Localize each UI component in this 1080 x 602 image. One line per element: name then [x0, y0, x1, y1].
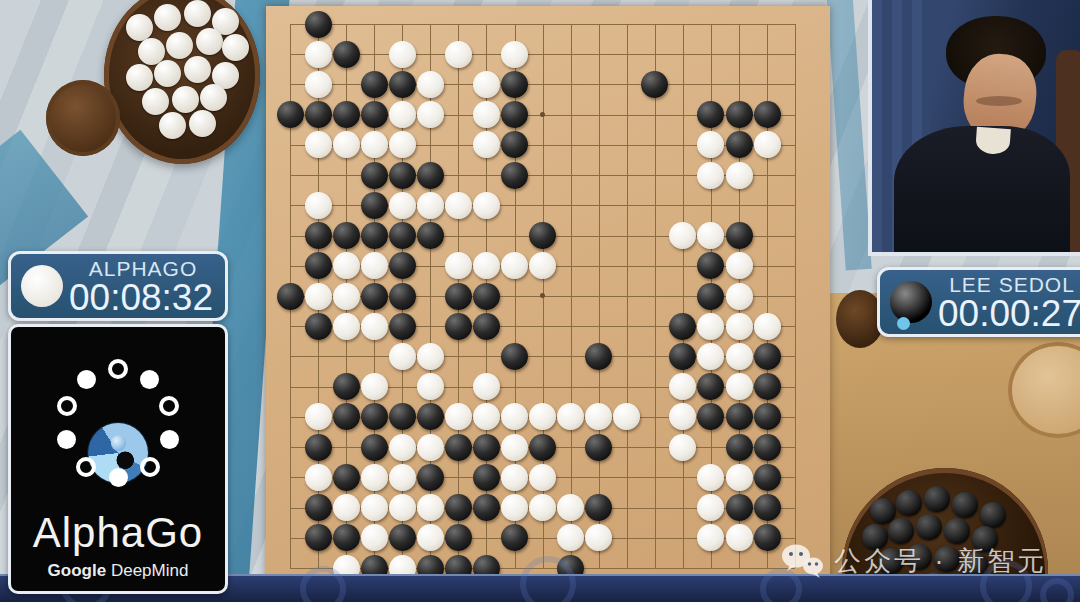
leesedol-clock-panel: LEE SEDOL 00:00:27 [877, 267, 1080, 337]
player-video-feed [868, 0, 1080, 256]
stone-white [754, 313, 781, 340]
bar-pattern-ring [1040, 578, 1074, 602]
stone-black [361, 162, 388, 189]
stone-black [305, 101, 332, 128]
stone-black [529, 434, 556, 461]
stone-white [417, 494, 444, 521]
stone-black [473, 313, 500, 340]
stone-white [697, 222, 724, 249]
stone-black [697, 373, 724, 400]
stone-black [277, 101, 304, 128]
stone-black [697, 252, 724, 279]
bowl-white-stone [196, 28, 223, 55]
stone-black [697, 101, 724, 128]
stone-white [361, 313, 388, 340]
stone-white [389, 41, 416, 68]
stone-white [669, 434, 696, 461]
bowl-black-stone [916, 514, 942, 540]
stone-white [529, 464, 556, 491]
stone-white [473, 192, 500, 219]
stone-white [445, 252, 472, 279]
stone-black [641, 71, 668, 98]
stone-white [529, 494, 556, 521]
stone-white [305, 71, 332, 98]
bowl-white-stone [184, 0, 211, 27]
stone-white [529, 403, 556, 430]
stone-white [305, 131, 332, 158]
logo-filled-dot [160, 430, 179, 449]
stone-black [501, 101, 528, 128]
grid-line [655, 24, 656, 568]
stone-black [305, 11, 332, 38]
clock-time-black: 00:00:27 [932, 293, 1080, 335]
bowl-lid [46, 80, 120, 156]
stone-black [726, 434, 753, 461]
stone-black [754, 101, 781, 128]
stone-black [726, 494, 753, 521]
stone-white [333, 131, 360, 158]
stone-black [389, 313, 416, 340]
stone-black [501, 131, 528, 158]
stone-white [417, 434, 444, 461]
stone-white [726, 313, 753, 340]
bowl-white-stone [154, 4, 181, 31]
player-brow [976, 96, 1022, 106]
stone-black [305, 222, 332, 249]
stone-black [305, 313, 332, 340]
stone-white [613, 403, 640, 430]
stone-black [754, 343, 781, 370]
stone-black [361, 222, 388, 249]
stone-white [557, 403, 584, 430]
stone-black [389, 71, 416, 98]
stone-white [445, 403, 472, 430]
stone-white [669, 403, 696, 430]
stone-black [333, 41, 360, 68]
stone-white [305, 41, 332, 68]
bowl-white-stone [184, 56, 211, 83]
clock-time-white: 00:08:32 [63, 277, 219, 319]
stone-white [305, 464, 332, 491]
turn-indicator-dot [897, 317, 910, 330]
stone-black [333, 222, 360, 249]
stone-black [333, 373, 360, 400]
watermark: 公众号 · 新智元 [780, 542, 1047, 580]
stone-white [726, 252, 753, 279]
stone-white [557, 524, 584, 551]
stone-white [361, 494, 388, 521]
stone-black [305, 494, 332, 521]
stone-white [361, 252, 388, 279]
stone-black [389, 252, 416, 279]
stone-black [277, 283, 304, 310]
stone-white [389, 434, 416, 461]
stone-white [473, 252, 500, 279]
stone-black [585, 494, 612, 521]
stone-white [501, 41, 528, 68]
stone-white [389, 343, 416, 370]
stone-white [726, 464, 753, 491]
bowl-white-stone [142, 88, 169, 115]
stone-black [754, 524, 781, 551]
hoshi-point [540, 293, 545, 298]
bowl-white-stone [159, 112, 186, 139]
stone-white [333, 494, 360, 521]
stone-white [417, 373, 444, 400]
stone-white [697, 162, 724, 189]
stone-black [361, 192, 388, 219]
stone-black [754, 464, 781, 491]
stone-black [501, 71, 528, 98]
stone-white [361, 464, 388, 491]
stone-black [754, 434, 781, 461]
stone-white [697, 131, 724, 158]
stone-white [305, 403, 332, 430]
stone-black [333, 101, 360, 128]
go-board [266, 6, 830, 588]
stone-white [389, 192, 416, 219]
stone-white [501, 252, 528, 279]
stone-white [389, 494, 416, 521]
stone-white [726, 283, 753, 310]
stone-black [361, 434, 388, 461]
bowl-white-stone [166, 32, 193, 59]
grid-line [599, 24, 600, 568]
grid-line [571, 24, 572, 568]
stone-white [417, 343, 444, 370]
wechat-icon [780, 542, 824, 580]
stone-white [697, 313, 724, 340]
stone-white [697, 343, 724, 370]
stone-white [417, 192, 444, 219]
stone-white [389, 101, 416, 128]
bowl-black-stone [896, 490, 922, 516]
bowl-black-stone [924, 486, 950, 512]
stone-white [529, 252, 556, 279]
stone-white [473, 101, 500, 128]
stone-white [417, 524, 444, 551]
stone-white [473, 71, 500, 98]
bowl-black-stone [980, 502, 1006, 528]
stone-white [473, 131, 500, 158]
stone-black [417, 162, 444, 189]
logo-ring-dot [140, 457, 160, 477]
stone-white [305, 192, 332, 219]
stone-black [361, 71, 388, 98]
logo-filled-dot [109, 468, 128, 487]
stone-white [669, 222, 696, 249]
stone-white [417, 71, 444, 98]
stone-black [585, 434, 612, 461]
stone-white [726, 373, 753, 400]
stone-black [417, 222, 444, 249]
logo-ring-dot [57, 396, 77, 416]
stone-black [389, 403, 416, 430]
stone-black [305, 434, 332, 461]
stone-black [361, 283, 388, 310]
stone-black [501, 524, 528, 551]
stone-black [726, 101, 753, 128]
stone-white [585, 403, 612, 430]
stone-black [754, 373, 781, 400]
black-stone-icon [890, 281, 932, 323]
stone-black [305, 252, 332, 279]
bowl-black-stone [952, 492, 978, 518]
stone-black [726, 403, 753, 430]
stone-white [473, 373, 500, 400]
stone-black [754, 403, 781, 430]
bowl-white-stone [200, 84, 227, 111]
stone-white [697, 524, 724, 551]
bowl-black-stone [888, 518, 914, 544]
bowl-white-stone [154, 60, 181, 87]
stone-white [754, 131, 781, 158]
stone-black [529, 222, 556, 249]
stone-white [361, 373, 388, 400]
logo-ring-dot [108, 359, 128, 379]
stone-white [361, 524, 388, 551]
stone-black [333, 403, 360, 430]
stone-white [333, 313, 360, 340]
stone-white [333, 252, 360, 279]
stone-black [501, 343, 528, 370]
broadcast-frame: ALPHAGO 00:08:32 AlphaGo Google DeepMind… [0, 0, 1080, 602]
stone-white [305, 283, 332, 310]
stone-black [389, 222, 416, 249]
logo-subtitle: Google DeepMind [11, 561, 225, 581]
stone-black [473, 283, 500, 310]
stone-white [389, 464, 416, 491]
stone-white [389, 131, 416, 158]
stone-white [726, 524, 753, 551]
stone-white [557, 494, 584, 521]
stone-black [669, 343, 696, 370]
stone-white [669, 373, 696, 400]
stone-black [445, 524, 472, 551]
stone-black [445, 283, 472, 310]
stone-white [445, 41, 472, 68]
stone-white [501, 434, 528, 461]
alphago-logo-panel: AlphaGo Google DeepMind [8, 324, 228, 594]
stone-white [333, 283, 360, 310]
logo-filled-dot [140, 370, 159, 389]
stone-black [361, 101, 388, 128]
stone-black [305, 524, 332, 551]
bowl-black-stone [944, 518, 970, 544]
stone-white [501, 464, 528, 491]
hoshi-point [540, 112, 545, 117]
stone-white [726, 343, 753, 370]
stone-black [361, 403, 388, 430]
stone-black [473, 434, 500, 461]
stone-black [473, 494, 500, 521]
stone-black [445, 313, 472, 340]
stone-white [501, 403, 528, 430]
bowl-white-stone [189, 110, 216, 137]
logo-wordmark: AlphaGo [11, 509, 225, 557]
watermark-text: 公众号 · 新智元 [834, 543, 1047, 579]
stone-black [726, 222, 753, 249]
stone-black [669, 313, 696, 340]
stone-white [697, 464, 724, 491]
stone-white [473, 403, 500, 430]
stone-black [697, 403, 724, 430]
bowl-white-stone [222, 34, 249, 61]
stone-black [445, 494, 472, 521]
grid-line [683, 24, 684, 568]
stone-black [389, 162, 416, 189]
stone-black [473, 464, 500, 491]
stone-black [333, 524, 360, 551]
logo-ring-dot [159, 396, 179, 416]
stone-black [726, 131, 753, 158]
stone-black [501, 162, 528, 189]
bowl-white-stone [126, 14, 153, 41]
bowl-white-stone [172, 86, 199, 113]
logo-ring-dot [76, 457, 96, 477]
logo-filled-dot [77, 370, 96, 389]
stone-white [361, 131, 388, 158]
stone-black [333, 464, 360, 491]
white-stone-icon [21, 265, 63, 307]
logo-filled-dot [57, 430, 76, 449]
stone-white [697, 494, 724, 521]
stone-white [445, 192, 472, 219]
stone-black [754, 494, 781, 521]
stone-black [585, 343, 612, 370]
stone-white [585, 524, 612, 551]
grid-line [795, 24, 796, 568]
stone-black [697, 283, 724, 310]
stone-white [501, 494, 528, 521]
bowl-white-stone [126, 64, 153, 91]
stone-black [417, 403, 444, 430]
stone-white [417, 101, 444, 128]
stone-black [445, 434, 472, 461]
stone-black [389, 283, 416, 310]
stone-white [726, 162, 753, 189]
stone-black [417, 464, 444, 491]
stone-black [389, 524, 416, 551]
grid-line [627, 24, 628, 568]
alphago-clock-panel: ALPHAGO 00:08:32 [8, 251, 228, 321]
